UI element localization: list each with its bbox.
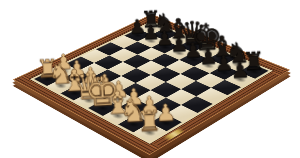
piece-white-rook: ♜	[136, 106, 162, 135]
board-scene: ♜♞♝♛♚♝♞♜♟♟♟♟♟♟♟♟♟♟♟♟♟♟♟♟♜♞♝♛♚♝♞♜	[0, 0, 300, 158]
piece-black-pawn: ♟	[230, 60, 250, 82]
chess-board: ♜♞♝♛♚♝♞♜♟♟♟♟♟♟♟♟♟♟♟♟♟♟♟♟♜♞♝♛♚♝♞♜	[13, 14, 290, 155]
playing-field: ♜♞♝♛♚♝♞♜♟♟♟♟♟♟♟♟♟♟♟♟♟♟♟♟♜♞♝♛♚♝♞♜	[34, 23, 269, 142]
